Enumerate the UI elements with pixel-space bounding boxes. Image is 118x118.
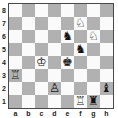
square-c3[interactable] <box>35 69 48 82</box>
rank-label-2: 2 <box>0 82 8 95</box>
square-h2[interactable]: ♝ <box>100 82 113 95</box>
square-b1[interactable] <box>22 95 35 108</box>
file-label-a: a <box>9 109 22 118</box>
square-e6[interactable]: ♞ <box>61 30 74 43</box>
square-c7[interactable] <box>35 17 48 30</box>
square-b7[interactable] <box>22 17 35 30</box>
square-d6[interactable] <box>48 30 61 43</box>
square-h7[interactable] <box>100 17 113 30</box>
square-g3[interactable] <box>87 69 100 82</box>
file-labels: abcdefgh <box>9 109 113 118</box>
square-b8[interactable] <box>22 4 35 17</box>
white-pawn-piece[interactable]: ♙ <box>49 82 60 95</box>
rank-label-5: 5 <box>0 43 8 56</box>
rank-label-6: 6 <box>0 30 8 43</box>
square-d7[interactable] <box>48 17 61 30</box>
square-a7[interactable] <box>9 17 22 30</box>
square-c4[interactable]: ♔ <box>35 56 48 69</box>
black-rook-piece[interactable]: ♜ <box>88 95 99 108</box>
square-a2[interactable] <box>9 82 22 95</box>
square-c1[interactable] <box>35 95 48 108</box>
white-king-piece[interactable]: ♔ <box>36 56 47 69</box>
square-a6[interactable] <box>9 30 22 43</box>
file-label-g: g <box>87 109 100 118</box>
square-d5[interactable] <box>48 43 61 56</box>
square-f1[interactable]: ♖ <box>74 95 87 108</box>
square-g6[interactable]: ♘ <box>87 30 100 43</box>
square-h4[interactable] <box>100 56 113 69</box>
square-f4[interactable] <box>74 56 87 69</box>
white-rook-piece[interactable]: ♖ <box>75 95 86 108</box>
square-e2[interactable] <box>61 82 74 95</box>
file-label-h: h <box>100 109 113 118</box>
chess-diagram: 87654321 ♘♞♘♞♔♚♖♙♝♖♜ abcdefgh <box>0 0 118 118</box>
white-knight-piece[interactable]: ♘ <box>75 17 86 30</box>
square-c2[interactable] <box>35 82 48 95</box>
square-e3[interactable] <box>61 69 74 82</box>
square-b4[interactable] <box>22 56 35 69</box>
square-e1[interactable] <box>61 95 74 108</box>
square-d4[interactable] <box>48 56 61 69</box>
square-b3[interactable] <box>22 69 35 82</box>
square-c8[interactable] <box>35 4 48 17</box>
square-a1[interactable] <box>9 95 22 108</box>
square-h6[interactable] <box>100 30 113 43</box>
square-h1[interactable] <box>100 95 113 108</box>
file-label-f: f <box>74 109 87 118</box>
rank-label-4: 4 <box>0 56 8 69</box>
square-g4[interactable] <box>87 56 100 69</box>
file-label-e: e <box>61 109 74 118</box>
square-c6[interactable] <box>35 30 48 43</box>
white-rook-piece[interactable]: ♖ <box>10 69 21 82</box>
black-knight-piece[interactable]: ♞ <box>75 43 86 56</box>
file-label-c: c <box>35 109 48 118</box>
square-d8[interactable] <box>48 4 61 17</box>
black-king-piece[interactable]: ♚ <box>62 56 73 69</box>
chess-board: ♘♞♘♞♔♚♖♙♝♖♜ <box>8 3 114 109</box>
square-b5[interactable] <box>22 43 35 56</box>
square-a3[interactable]: ♖ <box>9 69 22 82</box>
square-f7[interactable]: ♘ <box>74 17 87 30</box>
square-h5[interactable] <box>100 43 113 56</box>
rank-labels: 87654321 <box>0 4 8 108</box>
file-label-b: b <box>22 109 35 118</box>
square-b6[interactable] <box>22 30 35 43</box>
black-knight-piece[interactable]: ♞ <box>62 30 73 43</box>
square-h8[interactable] <box>100 4 113 17</box>
white-knight-piece[interactable]: ♘ <box>88 30 99 43</box>
square-g1[interactable]: ♜ <box>87 95 100 108</box>
square-f3[interactable] <box>74 69 87 82</box>
file-label-d: d <box>48 109 61 118</box>
square-a8[interactable] <box>9 4 22 17</box>
square-d2[interactable]: ♙ <box>48 82 61 95</box>
rank-label-3: 3 <box>0 69 8 82</box>
rank-label-1: 1 <box>0 95 8 108</box>
rank-label-7: 7 <box>0 17 8 30</box>
rank-label-8: 8 <box>0 4 8 17</box>
black-bishop-piece[interactable]: ♝ <box>101 82 112 95</box>
square-f5[interactable]: ♞ <box>74 43 87 56</box>
square-e8[interactable] <box>61 4 74 17</box>
square-a5[interactable] <box>9 43 22 56</box>
square-g8[interactable] <box>87 4 100 17</box>
square-g5[interactable] <box>87 43 100 56</box>
square-e4[interactable]: ♚ <box>61 56 74 69</box>
square-b2[interactable] <box>22 82 35 95</box>
square-d1[interactable] <box>48 95 61 108</box>
